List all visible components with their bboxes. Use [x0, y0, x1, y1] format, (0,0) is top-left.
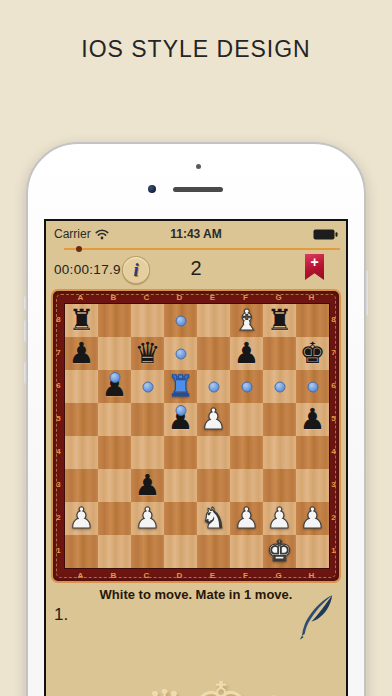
decor-piece: ♞ [334, 690, 348, 696]
square-h3[interactable] [296, 469, 329, 502]
coord-label: 1 [53, 534, 64, 567]
square-e8[interactable] [197, 304, 230, 337]
square-e1[interactable] [197, 535, 230, 568]
piece-black-pawn: ♟ [69, 337, 95, 370]
square-g2[interactable]: ♟ [263, 502, 296, 535]
piece-white-pawn: ♟ [201, 403, 227, 436]
square-d7[interactable] [164, 337, 197, 370]
coord-label: D [163, 291, 196, 303]
coord-label: C [130, 291, 163, 303]
square-d1[interactable] [164, 535, 197, 568]
piece-white-bishop: ♝ [234, 304, 260, 337]
coord-label: F [229, 569, 262, 581]
file-labels-bottom: ABCDEFGH [64, 569, 328, 581]
coord-label: A [64, 569, 97, 581]
coord-label: B [97, 291, 130, 303]
square-c3[interactable]: ♟ [131, 469, 164, 502]
iphone-mockup: Carrier 11:43 AM [26, 142, 366, 696]
legal-move-dot [109, 372, 120, 383]
chess-pieces-photo: ♜♞♟♝♛♚♝♟♞♜ [44, 676, 348, 696]
square-g3[interactable] [263, 469, 296, 502]
square-b6[interactable]: ♟ [98, 370, 131, 403]
coord-label: 2 [53, 501, 64, 534]
square-c2[interactable]: ♟ [131, 502, 164, 535]
coord-label: 3 [53, 468, 64, 501]
piece-white-pawn: ♟ [69, 502, 95, 535]
square-f4[interactable] [230, 436, 263, 469]
piece-black-pawn: ♟ [300, 403, 326, 436]
square-a5[interactable] [65, 403, 98, 436]
decor-piece: ♛ [138, 684, 190, 696]
piece-white-pawn: ♟ [234, 502, 260, 535]
progress-bar [64, 248, 340, 250]
square-a2[interactable]: ♟ [65, 502, 98, 535]
square-f2[interactable]: ♟ [230, 502, 263, 535]
clock-label: 11:43 AM [46, 227, 346, 241]
square-d3[interactable] [164, 469, 197, 502]
piece-black-rook: ♜ [69, 304, 95, 337]
power-button [364, 270, 368, 316]
coord-label: H [295, 569, 328, 581]
piece-white-pawn: ♟ [267, 502, 293, 535]
square-b7[interactable] [98, 337, 131, 370]
piece-white-pawn: ♟ [300, 502, 326, 535]
square-f3[interactable] [230, 469, 263, 502]
coord-label: G [262, 291, 295, 303]
square-f1[interactable] [230, 535, 263, 568]
piece-black-rook: ♜ [267, 304, 293, 337]
square-h2[interactable]: ♟ [296, 502, 329, 535]
square-c4[interactable] [131, 436, 164, 469]
legal-move-dot [208, 381, 219, 392]
square-e7[interactable] [197, 337, 230, 370]
page-background: IOS STYLE DESIGN Carrier 11:43 AM [0, 0, 392, 696]
square-e6[interactable] [197, 370, 230, 403]
piece-white-pawn: ♟ [135, 502, 161, 535]
square-h4[interactable] [296, 436, 329, 469]
square-b5[interactable] [98, 403, 131, 436]
square-h5[interactable]: ♟ [296, 403, 329, 436]
square-d5[interactable]: ♟ [164, 403, 197, 436]
square-h1[interactable] [296, 535, 329, 568]
square-c5[interactable] [131, 403, 164, 436]
square-d8[interactable] [164, 304, 197, 337]
square-b1[interactable] [98, 535, 131, 568]
square-b8[interactable] [98, 304, 131, 337]
square-d6[interactable]: ♜ [164, 370, 197, 403]
piece-black-queen: ♛ [135, 337, 161, 370]
legal-move-dot [175, 405, 186, 416]
piece-black-pawn: ♟ [234, 337, 260, 370]
coord-label: E [196, 291, 229, 303]
volume-down-button [24, 362, 28, 384]
square-h8[interactable] [296, 304, 329, 337]
piece-black-king: ♚ [300, 337, 326, 370]
coord-label: E [196, 569, 229, 581]
square-d4[interactable] [164, 436, 197, 469]
square-g4[interactable] [263, 436, 296, 469]
square-e4[interactable] [197, 436, 230, 469]
app-screen: Carrier 11:43 AM [44, 219, 348, 696]
square-g8[interactable]: ♜ [263, 304, 296, 337]
proximity-sensor-dot [196, 164, 201, 169]
board-squares: ♜♝♜♟♛♟♚♟♜♟♟♟♟♟♟♞♟♟♟♚ [64, 303, 330, 569]
square-g1[interactable]: ♚ [263, 535, 296, 568]
legal-move-dot [175, 315, 186, 326]
square-e3[interactable] [197, 469, 230, 502]
square-a4[interactable] [65, 436, 98, 469]
square-e5[interactable]: ♟ [197, 403, 230, 436]
legal-move-dot [274, 381, 285, 392]
volume-up-button [24, 320, 28, 342]
coord-label: 6 [53, 369, 64, 402]
rank-labels-left: 87654321 [53, 303, 64, 567]
coord-label: 5 [53, 402, 64, 435]
square-a8[interactable]: ♜ [65, 304, 98, 337]
file-labels-top: ABCDEFGH [64, 291, 328, 303]
earpiece-speaker [173, 187, 223, 192]
decor-piece: ♝ [251, 692, 296, 696]
status-bar: Carrier 11:43 AM [46, 221, 346, 244]
square-c7[interactable]: ♛ [131, 337, 164, 370]
coord-label: A [64, 291, 97, 303]
square-f8[interactable]: ♝ [230, 304, 263, 337]
square-h6[interactable] [296, 370, 329, 403]
chess-board: ABCDEFGH ABCDEFGH 87654321 87654321 ♜♝♜♟… [51, 289, 341, 583]
square-c1[interactable] [131, 535, 164, 568]
coord-label: H [295, 291, 328, 303]
square-c8[interactable] [131, 304, 164, 337]
coord-label: 4 [53, 435, 64, 468]
legal-move-dot [307, 381, 318, 392]
coord-label: C [130, 569, 163, 581]
front-camera [148, 185, 156, 193]
coord-label: B [97, 569, 130, 581]
page-title: IOS STYLE DESIGN [0, 0, 392, 63]
puzzle-number: 2 [46, 257, 346, 280]
square-c6[interactable] [131, 370, 164, 403]
square-a7[interactable]: ♟ [65, 337, 98, 370]
coord-label: G [262, 569, 295, 581]
piece-white-rook-selected: ♜ [168, 370, 194, 403]
progress-indicator-dot [76, 246, 82, 252]
decor-piece: ♞ [44, 690, 58, 696]
piece-white-knight: ♞ [201, 502, 227, 535]
puzzle-toolbar: 00:00:17.9 i 2 + [46, 253, 346, 287]
square-d2[interactable] [164, 502, 197, 535]
square-b2[interactable] [98, 502, 131, 535]
quill-icon[interactable] [298, 593, 336, 641]
coord-label: F [229, 291, 262, 303]
coord-label: 7 [53, 336, 64, 369]
square-g6[interactable] [263, 370, 296, 403]
square-f6[interactable] [230, 370, 263, 403]
square-b4[interactable] [98, 436, 131, 469]
decor-piece: ♚ [191, 676, 250, 696]
square-f7[interactable]: ♟ [230, 337, 263, 370]
legal-move-dot [142, 381, 153, 392]
square-g5[interactable] [263, 403, 296, 436]
coord-label: D [163, 569, 196, 581]
square-e2[interactable]: ♞ [197, 502, 230, 535]
square-b3[interactable] [98, 469, 131, 502]
square-a6[interactable] [65, 370, 98, 403]
square-g7[interactable] [263, 337, 296, 370]
legal-move-dot [175, 348, 186, 359]
coord-label: 8 [53, 303, 64, 336]
square-f5[interactable] [230, 403, 263, 436]
piece-white-king: ♚ [267, 535, 293, 568]
piece-black-pawn: ♟ [135, 469, 161, 502]
square-h7[interactable]: ♚ [296, 337, 329, 370]
square-a3[interactable] [65, 469, 98, 502]
mute-switch [24, 296, 28, 310]
square-a1[interactable] [65, 535, 98, 568]
legal-move-dot [241, 381, 252, 392]
